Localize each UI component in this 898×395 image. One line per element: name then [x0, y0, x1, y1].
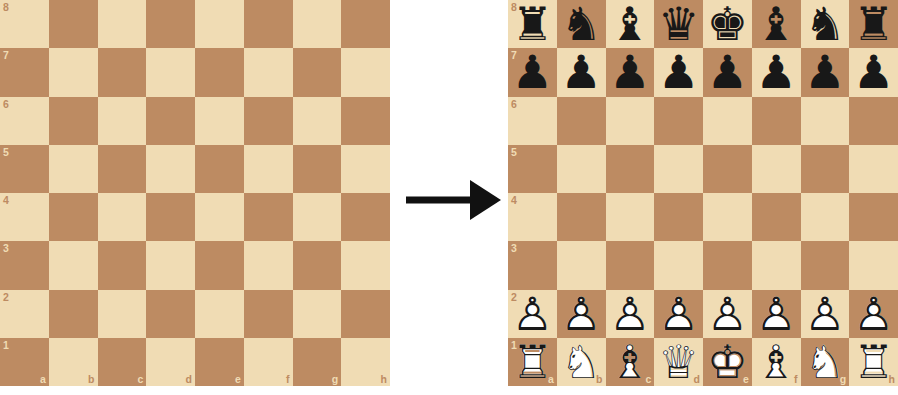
square-g7 [293, 48, 342, 96]
square-h6 [849, 97, 898, 145]
square-f1: f♝♗ [752, 338, 801, 386]
square-b5 [49, 145, 98, 193]
square-e6 [703, 97, 752, 145]
piece-black-king: ♚ [703, 0, 752, 48]
square-a1: 1a♜♖ [508, 338, 557, 386]
file-label-a: a [40, 374, 46, 385]
file-label-b: b [88, 374, 94, 385]
square-b4 [557, 193, 606, 241]
piece-black-pawn: ♟ [849, 48, 898, 96]
square-f8 [244, 0, 293, 48]
square-a4: 4 [0, 193, 49, 241]
square-f1: f [244, 338, 293, 386]
right-arrow-icon [406, 178, 502, 222]
square-f2: ♟♙ [752, 290, 801, 338]
piece-black-bishop: ♝ [606, 0, 655, 48]
square-g2: ♟♙ [801, 290, 850, 338]
arrow-head [470, 180, 501, 220]
square-f8: ♝ [752, 0, 801, 48]
square-g3 [293, 241, 342, 289]
square-b6 [49, 97, 98, 145]
square-c6 [606, 97, 655, 145]
rank-label-5: 5 [3, 147, 9, 158]
square-b8 [49, 0, 98, 48]
square-e8 [195, 0, 244, 48]
square-e3 [703, 241, 752, 289]
square-f7: ♟ [752, 48, 801, 96]
square-a5: 5 [0, 145, 49, 193]
rank-label-4: 4 [511, 195, 517, 206]
square-d4 [654, 193, 703, 241]
rank-label-1: 1 [3, 340, 9, 351]
arrow-shaft [406, 197, 472, 204]
square-c7 [98, 48, 147, 96]
square-g8: ♞ [801, 0, 850, 48]
square-h8: ♜ [849, 0, 898, 48]
square-g5 [801, 145, 850, 193]
square-c4 [98, 193, 147, 241]
square-d1: d [146, 338, 195, 386]
square-b3 [49, 241, 98, 289]
piece-black-pawn: ♟ [801, 48, 850, 96]
file-label-g: g [332, 374, 338, 385]
square-f3 [244, 241, 293, 289]
square-f5 [244, 145, 293, 193]
square-g8 [293, 0, 342, 48]
square-e2 [195, 290, 244, 338]
square-c4 [606, 193, 655, 241]
rank-label-2: 2 [3, 292, 9, 303]
square-g1: g [293, 338, 342, 386]
piece-black-knight: ♞ [557, 0, 606, 48]
starting-position-board: 8♜♞♝♛♚♝♞♜7♟♟♟♟♟♟♟♟65432♟♙♟♙♟♙♟♙♟♙♟♙♟♙♟♙1… [508, 0, 898, 386]
piece-white-pawn: ♟♙ [606, 290, 655, 338]
square-b2 [49, 290, 98, 338]
square-c8 [98, 0, 147, 48]
square-c2 [98, 290, 147, 338]
square-a8: 8 [0, 0, 49, 48]
square-h3 [849, 241, 898, 289]
square-f4 [752, 193, 801, 241]
square-b4 [49, 193, 98, 241]
square-e4 [195, 193, 244, 241]
square-a3: 3 [508, 241, 557, 289]
square-d5 [146, 145, 195, 193]
square-e7 [195, 48, 244, 96]
square-d6 [654, 97, 703, 145]
square-f6 [244, 97, 293, 145]
file-label-e: e [235, 374, 241, 385]
square-a2: 2 [0, 290, 49, 338]
square-b1: b♞♘ [557, 338, 606, 386]
square-c1: c♝♗ [606, 338, 655, 386]
square-c5 [98, 145, 147, 193]
square-g2 [293, 290, 342, 338]
file-label-d: d [186, 374, 192, 385]
square-a1: 1a [0, 338, 49, 386]
square-e7: ♟ [703, 48, 752, 96]
piece-white-pawn: ♟♙ [557, 290, 606, 338]
square-g4 [801, 193, 850, 241]
square-g5 [293, 145, 342, 193]
square-b2: ♟♙ [557, 290, 606, 338]
square-h5 [849, 145, 898, 193]
piece-white-pawn: ♟♙ [849, 290, 898, 338]
square-b8: ♞ [557, 0, 606, 48]
square-g6 [801, 97, 850, 145]
square-f2 [244, 290, 293, 338]
square-b3 [557, 241, 606, 289]
rank-label-5: 5 [511, 147, 517, 158]
file-label-c: c [137, 374, 143, 385]
square-g4 [293, 193, 342, 241]
rank-label-6: 6 [3, 99, 9, 110]
square-c6 [98, 97, 147, 145]
piece-white-pawn: ♟♙ [654, 290, 703, 338]
piece-black-pawn: ♟ [606, 48, 655, 96]
square-d1: d♛♕ [654, 338, 703, 386]
square-e3 [195, 241, 244, 289]
square-b7: ♟ [557, 48, 606, 96]
square-a7: 7♟ [508, 48, 557, 96]
square-f6 [752, 97, 801, 145]
square-e1: e♚♔ [703, 338, 752, 386]
square-h4 [341, 193, 390, 241]
piece-black-pawn: ♟ [703, 48, 752, 96]
square-d5 [654, 145, 703, 193]
square-a8: 8♜ [508, 0, 557, 48]
square-a6: 6 [0, 97, 49, 145]
piece-black-pawn: ♟ [508, 48, 557, 96]
square-g3 [801, 241, 850, 289]
square-h3 [341, 241, 390, 289]
square-b6 [557, 97, 606, 145]
square-d3 [654, 241, 703, 289]
square-h2: ♟♙ [849, 290, 898, 338]
square-b1: b [49, 338, 98, 386]
piece-white-queen: ♛♕ [654, 338, 703, 386]
empty-board: 87654321abcdefgh [0, 0, 390, 386]
square-d2 [146, 290, 195, 338]
square-c3 [98, 241, 147, 289]
square-b7 [49, 48, 98, 96]
square-a7: 7 [0, 48, 49, 96]
square-d3 [146, 241, 195, 289]
piece-black-rook: ♜ [849, 0, 898, 48]
square-e1: e [195, 338, 244, 386]
square-e5 [195, 145, 244, 193]
square-c7: ♟ [606, 48, 655, 96]
piece-white-rook: ♜♖ [849, 338, 898, 386]
file-label-h: h [381, 374, 387, 385]
piece-black-pawn: ♟ [654, 48, 703, 96]
square-e2: ♟♙ [703, 290, 752, 338]
piece-black-pawn: ♟ [557, 48, 606, 96]
square-h2 [341, 290, 390, 338]
square-h1: h♜♖ [849, 338, 898, 386]
piece-white-knight: ♞♘ [801, 338, 850, 386]
rank-label-3: 3 [511, 243, 517, 254]
square-d7 [146, 48, 195, 96]
square-d6 [146, 97, 195, 145]
square-h1: h [341, 338, 390, 386]
square-e8: ♚ [703, 0, 752, 48]
square-g1: g♞♘ [801, 338, 850, 386]
chess-setup-illustration: { "game": "chess", "position": "rnbqkbnr… [0, 0, 898, 395]
square-c2: ♟♙ [606, 290, 655, 338]
piece-black-knight: ♞ [801, 0, 850, 48]
square-d7: ♟ [654, 48, 703, 96]
square-a3: 3 [0, 241, 49, 289]
square-h6 [341, 97, 390, 145]
square-a6: 6 [508, 97, 557, 145]
square-d8 [146, 0, 195, 48]
piece-white-rook: ♜♖ [508, 338, 557, 386]
piece-white-pawn: ♟♙ [703, 290, 752, 338]
piece-black-bishop: ♝ [752, 0, 801, 48]
square-f3 [752, 241, 801, 289]
rank-label-7: 7 [3, 50, 9, 61]
square-h5 [341, 145, 390, 193]
piece-black-queen: ♛ [654, 0, 703, 48]
square-e5 [703, 145, 752, 193]
square-d2: ♟♙ [654, 290, 703, 338]
piece-white-bishop: ♝♗ [606, 338, 655, 386]
square-e6 [195, 97, 244, 145]
square-g6 [293, 97, 342, 145]
rank-label-3: 3 [3, 243, 9, 254]
square-f7 [244, 48, 293, 96]
square-h7: ♟ [849, 48, 898, 96]
square-f4 [244, 193, 293, 241]
square-f5 [752, 145, 801, 193]
square-e4 [703, 193, 752, 241]
rank-label-8: 8 [3, 2, 9, 13]
square-c5 [606, 145, 655, 193]
square-a4: 4 [508, 193, 557, 241]
square-h8 [341, 0, 390, 48]
square-g7: ♟ [801, 48, 850, 96]
square-b5 [557, 145, 606, 193]
square-h7 [341, 48, 390, 96]
piece-white-bishop: ♝♗ [752, 338, 801, 386]
piece-black-pawn: ♟ [752, 48, 801, 96]
square-a5: 5 [508, 145, 557, 193]
square-h4 [849, 193, 898, 241]
square-d8: ♛ [654, 0, 703, 48]
piece-white-pawn: ♟♙ [508, 290, 557, 338]
piece-white-pawn: ♟♙ [752, 290, 801, 338]
piece-black-rook: ♜ [508, 0, 557, 48]
square-c1: c [98, 338, 147, 386]
square-a2: 2♟♙ [508, 290, 557, 338]
rank-label-4: 4 [3, 195, 9, 206]
piece-white-pawn: ♟♙ [801, 290, 850, 338]
piece-white-king: ♚♔ [703, 338, 752, 386]
file-label-f: f [286, 374, 290, 385]
rank-label-6: 6 [511, 99, 517, 110]
piece-white-knight: ♞♘ [557, 338, 606, 386]
square-c8: ♝ [606, 0, 655, 48]
square-c3 [606, 241, 655, 289]
square-d4 [146, 193, 195, 241]
